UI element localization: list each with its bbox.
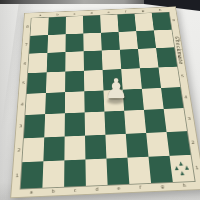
square-b4[interactable] [45,92,65,114]
photo-scene: Checkmate abcdefgh887766554433221♟♟♟♟1ab… [0,0,200,200]
file-label-b: b [42,187,64,196]
square-b1[interactable] [42,161,64,188]
square-d2[interactable] [85,135,106,160]
square-d3[interactable] [85,112,106,136]
square-h3[interactable] [164,108,187,132]
square-a7[interactable] [29,35,48,54]
square-f6[interactable] [120,49,140,69]
square-c3[interactable] [65,113,85,137]
square-c6[interactable] [65,51,84,71]
square-d5[interactable] [84,70,104,91]
file-label-h: h [173,181,196,190]
square-c8[interactable] [66,16,84,34]
square-h6[interactable] [156,47,177,67]
square-f1[interactable] [127,157,151,184]
square-h1[interactable]: ♟♟♟♟ [170,155,195,182]
square-g5[interactable] [140,67,161,88]
square-h7[interactable] [154,29,174,48]
square-h4[interactable] [161,87,183,109]
square-f7[interactable] [119,31,138,50]
square-e7[interactable] [101,32,120,51]
square-a1[interactable] [21,162,44,189]
file-label-a: a [20,188,42,197]
square-c4[interactable] [65,91,85,113]
square-a8[interactable] [30,18,48,36]
square-c5[interactable] [65,71,84,92]
square-e2[interactable] [105,134,127,159]
brand-logo-piece-icon: ♟ [174,166,180,171]
square-b3[interactable] [44,113,65,137]
square-h8[interactable] [152,12,172,30]
square-d7[interactable] [83,32,101,51]
file-label-e: e [108,184,130,193]
square-d1[interactable] [85,159,107,186]
square-e1[interactable] [106,158,129,185]
square-a3[interactable] [24,114,45,138]
square-a2[interactable] [22,137,44,162]
piece-white-pawn-e5[interactable]: ♟ [104,75,128,102]
margin-corner [195,181,200,190]
square-d4[interactable] [84,90,104,112]
square-g8[interactable] [135,13,154,31]
square-g7[interactable] [136,30,156,49]
square-b7[interactable] [47,34,65,53]
brand-logo-piece-icon: ♟ [179,170,185,176]
square-b5[interactable] [46,71,65,92]
square-h5[interactable] [158,67,180,88]
square-g4[interactable] [142,88,164,110]
square-h2[interactable] [167,131,191,156]
square-f3[interactable] [124,110,146,134]
file-label-c: c [64,186,86,195]
square-f8[interactable] [117,14,136,32]
square-e6[interactable] [102,50,121,70]
square-d8[interactable] [83,15,101,33]
square-d6[interactable] [84,51,103,71]
brand-logo-piece-icon: ♟ [184,165,190,170]
file-label-f: f [129,183,152,192]
square-c7[interactable] [66,33,84,52]
square-b2[interactable] [43,136,64,161]
square-a5[interactable] [27,72,47,93]
square-c2[interactable] [64,135,85,160]
square-a6[interactable] [28,53,47,73]
square-b6[interactable] [47,52,66,72]
square-e3[interactable] [104,111,125,135]
square-f2[interactable] [126,133,149,158]
square-e8[interactable] [100,15,118,33]
file-label-g: g [151,182,174,191]
file-label-d: d [86,185,108,194]
square-c1[interactable] [64,160,86,187]
brand-logo: ♟♟♟♟ [175,162,189,176]
square-a4[interactable] [25,93,46,115]
square-g6[interactable] [138,48,159,68]
square-b8[interactable] [48,17,66,35]
